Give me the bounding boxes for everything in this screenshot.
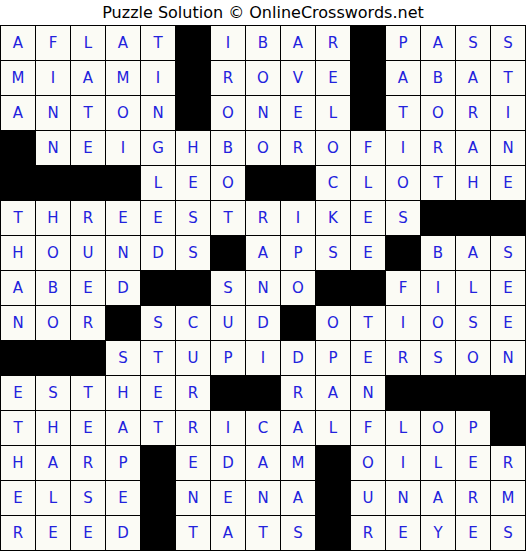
grid-cell[interactable]: E — [36, 516, 70, 550]
grid-cell[interactable]: R — [246, 201, 280, 235]
grid-cell[interactable]: T — [1, 411, 35, 445]
grid-cell[interactable]: O — [421, 306, 455, 340]
grid-cell[interactable]: R — [176, 411, 210, 445]
grid-cell[interactable]: S — [421, 341, 455, 375]
grid-cell[interactable]: E — [71, 516, 105, 550]
grid-cell[interactable]: P — [386, 26, 420, 60]
grid-cell[interactable]: F — [351, 411, 385, 445]
grid-cell[interactable]: H — [456, 166, 490, 200]
grid-cell[interactable]: I — [421, 271, 455, 305]
grid-cell[interactable]: O — [456, 341, 490, 375]
grid-cell[interactable]: D — [211, 446, 245, 480]
grid-cell[interactable]: E — [351, 236, 385, 270]
block-cell — [386, 236, 420, 270]
grid-cell[interactable]: R — [281, 376, 315, 410]
grid-cell[interactable]: S — [491, 26, 525, 60]
grid-cell[interactable]: S — [491, 236, 525, 270]
grid-cell[interactable]: A — [211, 516, 245, 550]
grid-cell[interactable]: M — [1, 61, 35, 95]
grid-cell[interactable]: I — [106, 131, 140, 165]
grid-cell[interactable]: E — [176, 166, 210, 200]
grid-cell[interactable]: I — [386, 306, 420, 340]
grid-cell[interactable]: R — [211, 61, 245, 95]
grid-cell[interactable]: L — [316, 96, 350, 130]
block-cell — [141, 481, 175, 515]
grid-cell[interactable]: B — [211, 131, 245, 165]
grid-cell[interactable]: T — [141, 26, 175, 60]
crossword-grid: AFLATIBARPASSMIAMIROVEABATANTONONELTORIN… — [0, 25, 526, 551]
grid-cell[interactable]: E — [491, 166, 525, 200]
grid-cell[interactable]: N — [1, 306, 35, 340]
grid-cell[interactable]: O — [421, 96, 455, 130]
grid-cell[interactable]: E — [351, 201, 385, 235]
grid-cell[interactable]: L — [386, 411, 420, 445]
grid-cell[interactable]: R — [71, 306, 105, 340]
grid-cell[interactable]: A — [1, 271, 35, 305]
grid-cell[interactable]: B — [36, 271, 70, 305]
title-bar: Puzzle Solution © OnlineCrosswords.net — [0, 0, 526, 25]
grid-cell[interactable]: D — [246, 306, 280, 340]
grid-cell[interactable]: E — [211, 481, 245, 515]
block-cell — [421, 376, 455, 410]
grid-cell[interactable]: T — [1, 201, 35, 235]
puzzle-page: Puzzle Solution © OnlineCrosswords.net A… — [0, 0, 526, 551]
block-cell — [71, 341, 105, 375]
grid-cell[interactable]: I — [386, 131, 420, 165]
block-cell — [456, 376, 490, 410]
grid-cell[interactable]: E — [491, 271, 525, 305]
grid-cell[interactable]: U — [211, 306, 245, 340]
grid-cell[interactable]: I — [281, 201, 315, 235]
grid-cell[interactable]: E — [71, 411, 105, 445]
grid-cell[interactable]: E — [1, 481, 35, 515]
block-cell — [176, 26, 210, 60]
grid-cell[interactable]: U — [71, 236, 105, 270]
grid-cell[interactable]: P — [211, 341, 245, 375]
block-cell — [211, 236, 245, 270]
grid-cell[interactable]: F — [36, 26, 70, 60]
grid-cell[interactable]: R — [281, 131, 315, 165]
grid-cell[interactable]: I — [211, 411, 245, 445]
grid-cell[interactable]: N — [176, 481, 210, 515]
grid-cell[interactable]: E — [351, 341, 385, 375]
grid-cell[interactable]: A — [386, 61, 420, 95]
grid-cell[interactable]: R — [71, 201, 105, 235]
grid-cell[interactable]: P — [281, 236, 315, 270]
grid-cell[interactable]: B — [421, 236, 455, 270]
grid-cell[interactable]: F — [386, 271, 420, 305]
grid-cell[interactable]: I — [211, 26, 245, 60]
grid-cell[interactable]: R — [176, 376, 210, 410]
grid-cell[interactable]: R — [386, 341, 420, 375]
block-cell — [176, 271, 210, 305]
block-cell — [351, 61, 385, 95]
grid-cell[interactable]: B — [246, 26, 280, 60]
grid-cell[interactable]: Y — [421, 516, 455, 550]
grid-cell[interactable]: P — [316, 341, 350, 375]
grid-cell[interactable]: A — [246, 236, 280, 270]
block-cell — [1, 166, 35, 200]
grid-cell[interactable]: V — [281, 61, 315, 95]
grid-cell[interactable]: A — [456, 61, 490, 95]
block-cell — [106, 166, 140, 200]
grid-cell[interactable]: N — [491, 131, 525, 165]
grid-cell[interactable]: O — [316, 131, 350, 165]
grid-cell[interactable]: E — [316, 61, 350, 95]
block-cell — [281, 166, 315, 200]
grid-cell[interactable]: I — [246, 341, 280, 375]
grid-cell[interactable]: O — [106, 96, 140, 130]
block-cell — [351, 271, 385, 305]
block-cell — [316, 271, 350, 305]
grid-cell[interactable]: M — [281, 446, 315, 480]
grid-cell[interactable]: B — [421, 61, 455, 95]
grid-cell[interactable]: H — [36, 411, 70, 445]
block-cell — [1, 131, 35, 165]
grid-cell[interactable]: A — [36, 446, 70, 480]
grid-cell[interactable]: O — [211, 166, 245, 200]
block-cell — [1, 341, 35, 375]
grid-cell[interactable]: M — [106, 61, 140, 95]
grid-cell[interactable]: R — [456, 96, 490, 130]
grid-cell[interactable]: I — [386, 446, 420, 480]
grid-cell[interactable]: A — [246, 446, 280, 480]
grid-cell[interactable]: L — [36, 481, 70, 515]
grid-cell[interactable]: A — [456, 131, 490, 165]
grid-cell[interactable]: S — [36, 376, 70, 410]
grid-cell[interactable]: S — [141, 306, 175, 340]
grid-cell[interactable]: H — [36, 201, 70, 235]
grid-cell[interactable]: U — [351, 481, 385, 515]
grid-cell[interactable]: C — [316, 166, 350, 200]
grid-cell[interactable]: R — [316, 26, 350, 60]
grid-cell[interactable]: S — [456, 26, 490, 60]
block-cell — [281, 306, 315, 340]
grid-cell[interactable]: E — [281, 96, 315, 130]
grid-cell[interactable]: T — [211, 201, 245, 235]
grid-cell[interactable]: O — [36, 306, 70, 340]
grid-cell[interactable]: T — [491, 61, 525, 95]
block-cell — [246, 166, 280, 200]
grid-cell[interactable]: H — [106, 376, 140, 410]
grid-cell[interactable]: S — [316, 236, 350, 270]
grid-cell[interactable]: S — [71, 481, 105, 515]
grid-cell[interactable]: P — [456, 411, 490, 445]
block-cell — [421, 201, 455, 235]
grid-cell[interactable]: E — [141, 201, 175, 235]
grid-cell[interactable]: E — [141, 376, 175, 410]
block-cell — [141, 446, 175, 480]
grid-cell[interactable]: L — [71, 26, 105, 60]
grid-cell[interactable]: L — [141, 166, 175, 200]
grid-cell[interactable]: T — [351, 306, 385, 340]
grid-cell[interactable]: D — [106, 516, 140, 550]
grid-cell[interactable]: C — [246, 411, 280, 445]
grid-cell[interactable]: T — [246, 516, 280, 550]
block-cell — [351, 26, 385, 60]
grid-cell[interactable]: E — [456, 516, 490, 550]
block-cell — [106, 306, 140, 340]
grid-cell[interactable]: N — [36, 131, 70, 165]
grid-cell[interactable]: E — [176, 446, 210, 480]
grid-cell[interactable]: C — [176, 306, 210, 340]
grid-cell[interactable]: O — [211, 96, 245, 130]
grid-cell[interactable]: I — [36, 61, 70, 95]
grid-cell[interactable]: O — [351, 446, 385, 480]
grid-cell[interactable]: O — [36, 236, 70, 270]
grid-cell[interactable]: S — [456, 306, 490, 340]
grid-cell[interactable]: N — [491, 341, 525, 375]
grid-cell[interactable]: T — [71, 376, 105, 410]
grid-cell[interactable]: T — [176, 516, 210, 550]
grid-cell[interactable]: S — [211, 271, 245, 305]
grid-cell[interactable]: E — [456, 446, 490, 480]
grid-cell[interactable]: T — [421, 166, 455, 200]
grid-cell[interactable]: L — [456, 271, 490, 305]
grid-cell[interactable]: S — [386, 201, 420, 235]
block-cell — [386, 376, 420, 410]
grid-cell[interactable]: H — [1, 446, 35, 480]
block-cell — [316, 446, 350, 480]
grid-cell[interactable]: D — [106, 271, 140, 305]
grid-cell[interactable]: A — [281, 481, 315, 515]
grid-cell[interactable]: O — [281, 271, 315, 305]
grid-cell[interactable]: T — [141, 411, 175, 445]
grid-cell[interactable]: O — [246, 61, 280, 95]
grid-cell[interactable]: O — [316, 306, 350, 340]
grid-cell[interactable]: D — [281, 341, 315, 375]
block-cell — [316, 516, 350, 550]
grid-cell[interactable]: S — [176, 236, 210, 270]
block-cell — [141, 516, 175, 550]
grid-cell[interactable]: I — [141, 61, 175, 95]
grid-cell[interactable]: L — [316, 411, 350, 445]
grid-cell[interactable]: R — [491, 446, 525, 480]
grid-cell[interactable]: O — [421, 411, 455, 445]
grid-cell[interactable]: E — [71, 271, 105, 305]
grid-cell[interactable]: R — [1, 516, 35, 550]
grid-cell[interactable]: A — [421, 26, 455, 60]
block-cell — [351, 96, 385, 130]
grid-cell[interactable]: R — [421, 131, 455, 165]
grid-cell[interactable]: N — [106, 236, 140, 270]
grid-cell[interactable]: A — [456, 236, 490, 270]
block-cell — [211, 376, 245, 410]
grid-cell[interactable]: A — [421, 481, 455, 515]
grid-cell[interactable]: T — [141, 341, 175, 375]
block-cell — [491, 411, 525, 445]
grid-cell[interactable]: N — [141, 96, 175, 130]
grid-cell[interactable]: I — [491, 96, 525, 130]
grid-cell[interactable]: O — [386, 166, 420, 200]
grid-cell[interactable]: U — [176, 341, 210, 375]
grid-cell[interactable]: N — [351, 376, 385, 410]
block-cell — [246, 376, 280, 410]
block-cell — [71, 166, 105, 200]
block-cell — [456, 201, 490, 235]
grid-cell[interactable]: A — [1, 96, 35, 130]
grid-cell[interactable]: E — [491, 306, 525, 340]
grid-cell[interactable]: S — [176, 201, 210, 235]
grid-cell[interactable]: S — [491, 516, 525, 550]
grid-cell[interactable]: L — [351, 166, 385, 200]
grid-cell[interactable]: E — [386, 516, 420, 550]
grid-cell[interactable]: F — [351, 131, 385, 165]
grid-cell[interactable]: E — [106, 481, 140, 515]
block-cell — [36, 166, 70, 200]
grid-cell[interactable]: S — [281, 516, 315, 550]
grid-cell[interactable]: G — [141, 131, 175, 165]
block-cell — [316, 481, 350, 515]
grid-cell[interactable]: H — [176, 131, 210, 165]
block-cell — [491, 201, 525, 235]
page-title: Puzzle Solution © OnlineCrosswords.net — [102, 3, 424, 22]
block-cell — [176, 61, 210, 95]
grid-cell[interactable]: E — [71, 131, 105, 165]
grid-cell[interactable]: M — [491, 481, 525, 515]
grid-cell[interactable]: R — [71, 446, 105, 480]
grid-cell[interactable]: N — [246, 481, 280, 515]
grid-cell[interactable]: N — [246, 271, 280, 305]
grid-cell[interactable]: A — [281, 411, 315, 445]
grid-cell[interactable]: D — [141, 236, 175, 270]
grid-cell[interactable]: A — [106, 26, 140, 60]
block-cell — [36, 341, 70, 375]
grid-cell[interactable]: N — [386, 481, 420, 515]
grid-cell[interactable]: E — [1, 376, 35, 410]
grid-cell[interactable]: R — [351, 516, 385, 550]
grid-cell[interactable]: A — [71, 61, 105, 95]
block-cell — [141, 271, 175, 305]
grid-cell[interactable]: T — [71, 96, 105, 130]
grid-cell[interactable]: H — [1, 236, 35, 270]
block-cell — [491, 376, 525, 410]
grid-cell[interactable]: S — [106, 341, 140, 375]
grid-cell[interactable]: N — [36, 96, 70, 130]
grid-cell[interactable]: A — [106, 411, 140, 445]
block-cell — [176, 96, 210, 130]
grid-cell[interactable]: A — [1, 26, 35, 60]
grid-cell[interactable]: K — [316, 201, 350, 235]
grid-cell[interactable]: E — [106, 201, 140, 235]
grid-cell[interactable]: N — [246, 96, 280, 130]
grid-cell[interactable]: L — [421, 446, 455, 480]
grid-cell[interactable]: A — [281, 26, 315, 60]
grid-cell[interactable]: A — [316, 376, 350, 410]
grid-cell[interactable]: T — [386, 96, 420, 130]
grid-cell[interactable]: P — [106, 446, 140, 480]
grid-cell[interactable]: O — [246, 131, 280, 165]
grid-cell[interactable]: R — [456, 481, 490, 515]
